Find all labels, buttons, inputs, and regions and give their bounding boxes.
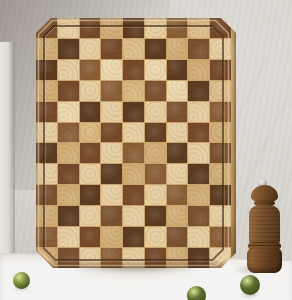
board-side-edge bbox=[231, 18, 236, 268]
scene bbox=[0, 0, 292, 300]
lime-left bbox=[13, 272, 30, 289]
lime-center bbox=[187, 286, 206, 300]
pepper-mill bbox=[247, 179, 282, 273]
pepper-mill-body bbox=[249, 204, 280, 244]
cutting-board bbox=[36, 18, 236, 268]
juice-groove bbox=[36, 18, 231, 268]
pepper-mill-base bbox=[247, 248, 282, 273]
lime-right bbox=[240, 275, 260, 295]
wall-left-band bbox=[0, 42, 15, 256]
